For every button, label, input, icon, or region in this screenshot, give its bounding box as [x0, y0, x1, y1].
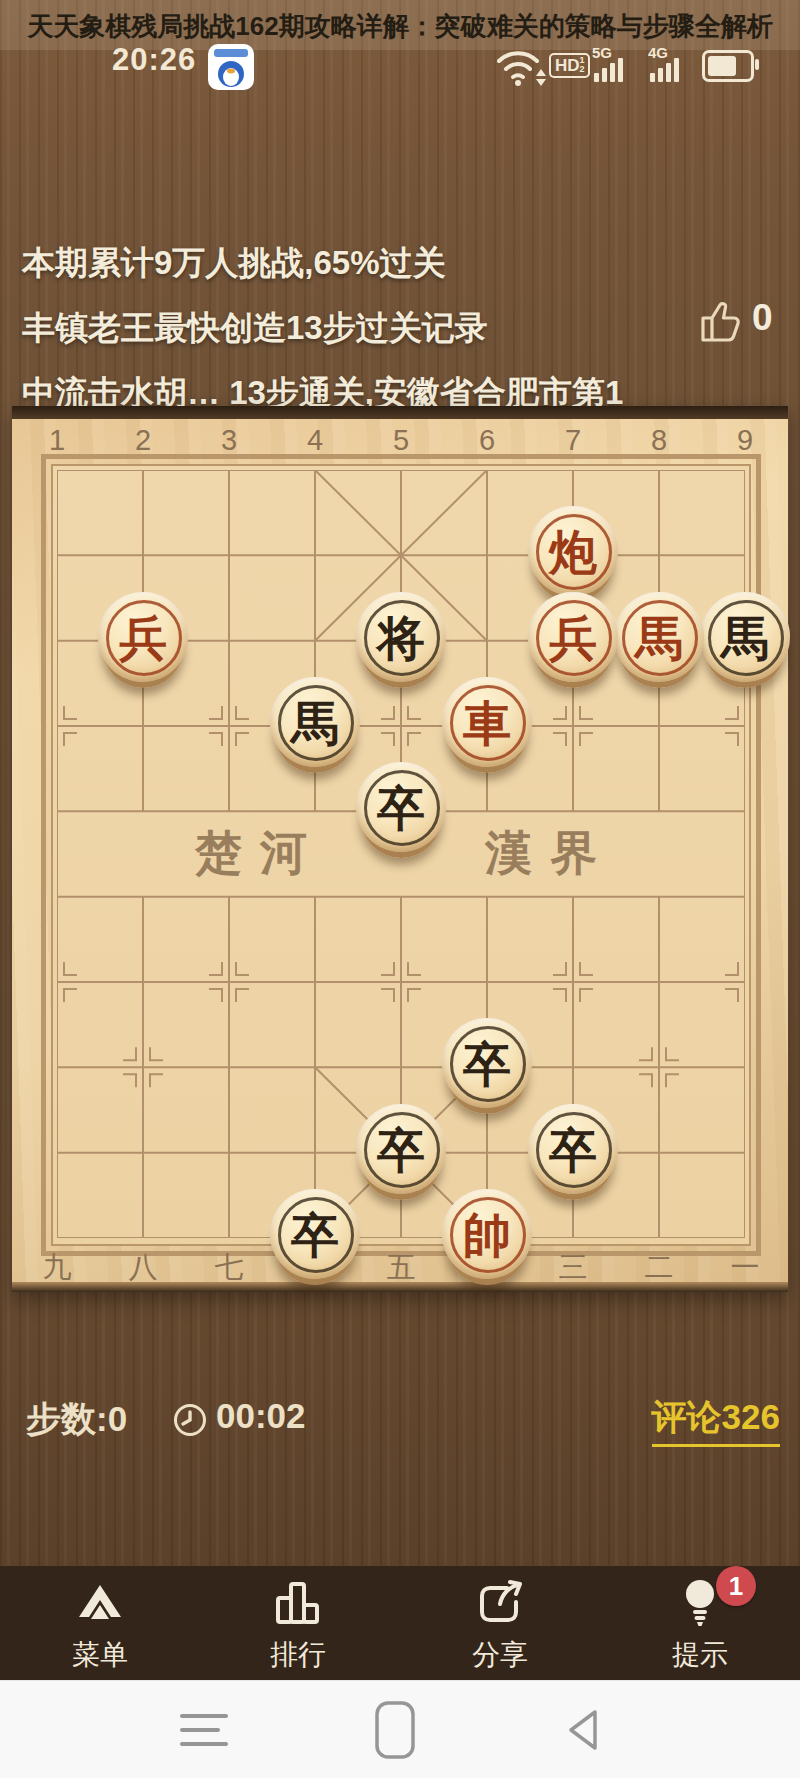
- piece-character: 炮: [549, 528, 597, 576]
- timer: 00:02: [216, 1396, 306, 1436]
- black-piece-馬[interactable]: 馬: [700, 592, 790, 690]
- status-time: 20:26: [112, 42, 196, 78]
- nav-label: 菜单: [30, 1636, 170, 1674]
- file-label-bottom-5: 五: [371, 1248, 431, 1288]
- hint-badge: 1: [716, 1566, 756, 1606]
- android-back-button[interactable]: [525, 1681, 645, 1778]
- red-piece-馬[interactable]: 馬: [614, 592, 704, 690]
- piece-character: 帥: [463, 1211, 511, 1259]
- piece-character: 将: [377, 614, 425, 662]
- comments-link[interactable]: 评论326: [652, 1394, 780, 1447]
- hd-volte-icon: HD12: [549, 53, 590, 78]
- nav-item-菜单[interactable]: 菜单: [30, 1574, 170, 1674]
- river-label-left: 楚河: [195, 822, 325, 885]
- nav-label: 排行: [228, 1636, 368, 1674]
- signal-4g-icon: 4G: [648, 44, 694, 84]
- file-label-bottom-3: 七: [199, 1248, 259, 1288]
- file-label-bottom-8: 二: [629, 1248, 689, 1288]
- android-home-button[interactable]: [335, 1681, 455, 1778]
- red-piece-炮[interactable]: 炮: [528, 506, 618, 604]
- page-title: 天天象棋残局挑战162期攻略详解：突破难关的策略与步骤全解析: [10, 9, 790, 44]
- black-piece-卒[interactable]: 卒: [356, 762, 446, 860]
- file-label-top-4: 4: [285, 424, 345, 457]
- black-piece-卒[interactable]: 卒: [528, 1104, 618, 1202]
- piece-character: 馬: [635, 614, 683, 662]
- thumbs-up-icon[interactable]: [696, 298, 744, 346]
- android-nav-bar: [0, 1680, 800, 1778]
- black-piece-卒[interactable]: 卒: [356, 1104, 446, 1202]
- file-label-bottom-1: 九: [27, 1248, 87, 1288]
- black-piece-卒[interactable]: 卒: [442, 1018, 532, 1116]
- share-icon: [430, 1574, 570, 1634]
- wifi-icon: [495, 46, 547, 88]
- file-label-top-6: 6: [457, 424, 517, 457]
- file-label-top-9: 9: [715, 424, 775, 457]
- nav-item-分享[interactable]: 分享: [430, 1574, 570, 1674]
- ranking-icon: [228, 1574, 368, 1634]
- clock-icon: [172, 1402, 208, 1438]
- file-label-bottom-2: 八: [113, 1248, 173, 1288]
- android-home-icon: [373, 1700, 417, 1760]
- piece-character: 卒: [291, 1211, 339, 1259]
- nav-label: 分享: [430, 1636, 570, 1674]
- red-piece-帥[interactable]: 帥: [442, 1189, 532, 1287]
- black-piece-馬[interactable]: 馬: [270, 677, 360, 775]
- file-label-bottom-7: 三: [543, 1248, 603, 1288]
- challenge-stats: 本期累计9万人挑战,65%过关 丰镇老王最快创造13步过关记录 中流击水胡… 1…: [22, 230, 623, 425]
- file-label-top-3: 3: [199, 424, 259, 457]
- black-piece-卒[interactable]: 卒: [270, 1189, 360, 1287]
- piece-character: 兵: [549, 614, 597, 662]
- file-label-top-2: 2: [113, 424, 173, 457]
- piece-character: 馬: [721, 614, 769, 662]
- black-piece-将[interactable]: 将: [356, 592, 446, 690]
- piece-character: 馬: [291, 699, 339, 747]
- board-top-edge: [12, 406, 788, 419]
- screen: 天天象棋残局挑战162期攻略详解：突破难关的策略与步骤全解析 20:26 HD1…: [0, 0, 800, 1778]
- android-menu-icon: [179, 1708, 229, 1752]
- xiangqi-board: 123456789 九八七六五四三二一 楚河 漢界 炮馬馬兵将兵車馬卒卒卒卒帥卒: [12, 406, 788, 1292]
- android-menu-button[interactable]: [144, 1681, 264, 1778]
- android-back-icon: [561, 1706, 609, 1754]
- red-piece-兵[interactable]: 兵: [528, 592, 618, 690]
- red-piece-車[interactable]: 車: [442, 677, 532, 775]
- penguin-icon: [208, 44, 254, 90]
- signal-5g-icon: 5G: [592, 44, 638, 84]
- piece-character: 卒: [463, 1040, 511, 1088]
- move-counter: 步数:0: [26, 1396, 127, 1443]
- battery-icon: [702, 50, 754, 82]
- red-piece-兵[interactable]: 兵: [98, 592, 188, 690]
- menu-icon: [30, 1574, 170, 1634]
- nav-item-排行[interactable]: 排行: [228, 1574, 368, 1674]
- file-label-top-7: 7: [543, 424, 603, 457]
- piece-character: 兵: [119, 614, 167, 662]
- nav-label: 提示: [630, 1636, 770, 1674]
- file-label-bottom-9: 一: [715, 1248, 775, 1288]
- file-label-top-1: 1: [27, 424, 87, 457]
- file-label-top-5: 5: [371, 424, 431, 457]
- river-label-right: 漢界: [485, 822, 615, 885]
- piece-character: 車: [463, 699, 511, 747]
- app-icon: [208, 44, 254, 90]
- like-count: 0: [752, 297, 773, 339]
- piece-character: 卒: [377, 784, 425, 832]
- piece-character: 卒: [377, 1126, 425, 1174]
- stats-line-1: 本期累计9万人挑战,65%过关: [22, 230, 623, 295]
- stats-line-2: 丰镇老王最快创造13步过关记录: [22, 295, 623, 360]
- board-grid: 楚河 漢界 炮馬馬兵将兵車馬卒卒卒卒帥卒: [57, 470, 745, 1238]
- file-label-top-8: 8: [629, 424, 689, 457]
- bottom-navbar: 菜单排行分享提示: [0, 1566, 800, 1680]
- piece-character: 卒: [549, 1126, 597, 1174]
